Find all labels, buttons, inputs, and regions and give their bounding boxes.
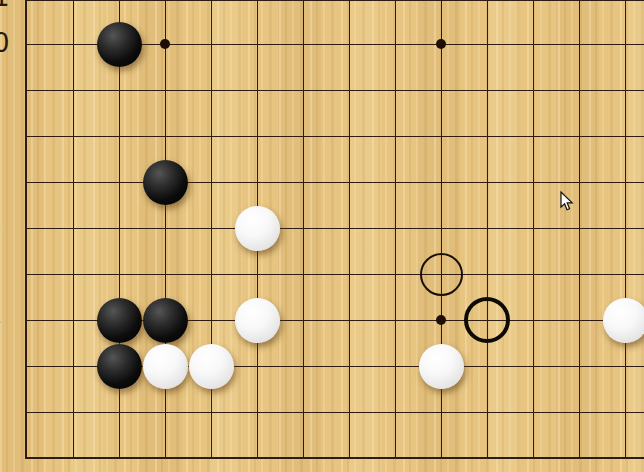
black-stone[interactable]	[143, 160, 188, 205]
mouse-cursor-icon	[560, 191, 574, 212]
circle-marker-thick[interactable]	[464, 297, 510, 343]
circle-marker-thin[interactable]	[420, 253, 463, 296]
go-app-screen: 1110987654321	[0, 0, 644, 472]
black-stone[interactable]	[97, 344, 142, 389]
white-stone[interactable]	[603, 298, 644, 343]
white-stone[interactable]	[235, 298, 280, 343]
black-stone[interactable]	[143, 298, 188, 343]
white-stone[interactable]	[419, 344, 464, 389]
black-stone[interactable]	[97, 22, 142, 67]
stone-grid	[4, 0, 644, 472]
black-stone[interactable]	[97, 298, 142, 343]
white-stone[interactable]	[189, 344, 234, 389]
go-board[interactable]: 1110987654321	[0, 0, 644, 472]
white-stone[interactable]	[143, 344, 188, 389]
white-stone[interactable]	[235, 206, 280, 251]
